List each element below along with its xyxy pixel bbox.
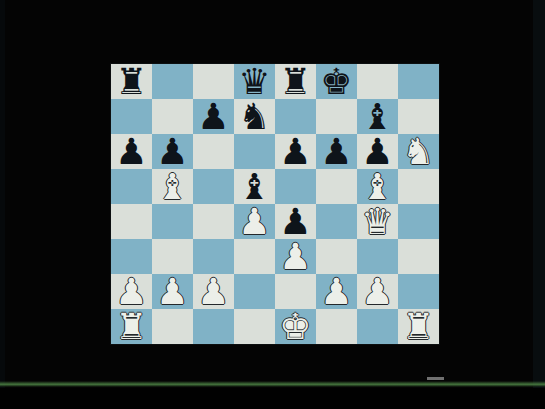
square-h1[interactable]: ♜ xyxy=(398,309,439,344)
square-b4[interactable] xyxy=(152,204,193,239)
green-scanline xyxy=(0,381,545,387)
square-a7[interactable] xyxy=(111,99,152,134)
white-pawn-e3[interactable]: ♟ xyxy=(279,239,311,274)
white-pawn-a2[interactable]: ♟ xyxy=(115,274,147,309)
white-queen-g4[interactable]: ♛ xyxy=(361,204,393,239)
left-edge-tint xyxy=(0,0,5,409)
white-rook-a1[interactable]: ♜ xyxy=(115,309,147,344)
black-pawn-c7[interactable]: ♟ xyxy=(197,99,229,134)
square-f5[interactable] xyxy=(316,169,357,204)
square-b1[interactable] xyxy=(152,309,193,344)
white-rook-h1[interactable]: ♜ xyxy=(402,309,434,344)
square-c6[interactable] xyxy=(193,134,234,169)
square-h8[interactable] xyxy=(398,64,439,99)
square-d5[interactable]: ♝ xyxy=(234,169,275,204)
square-b8[interactable] xyxy=(152,64,193,99)
square-e2[interactable] xyxy=(275,274,316,309)
square-f1[interactable] xyxy=(316,309,357,344)
square-a2[interactable]: ♟ xyxy=(111,274,152,309)
black-rook-e8[interactable]: ♜ xyxy=(279,64,311,99)
white-bishop-b5[interactable]: ♝ xyxy=(156,169,188,204)
square-a6[interactable]: ♟ xyxy=(111,134,152,169)
square-g8[interactable] xyxy=(357,64,398,99)
white-king-e1[interactable]: ♚ xyxy=(279,309,311,344)
white-pawn-b2[interactable]: ♟ xyxy=(156,274,188,309)
white-pawn-c2[interactable]: ♟ xyxy=(197,274,229,309)
black-king-f8[interactable]: ♚ xyxy=(320,64,352,99)
square-d3[interactable] xyxy=(234,239,275,274)
square-c8[interactable] xyxy=(193,64,234,99)
square-d8[interactable]: ♛ xyxy=(234,64,275,99)
square-b6[interactable]: ♟ xyxy=(152,134,193,169)
square-d1[interactable] xyxy=(234,309,275,344)
square-f6[interactable]: ♟ xyxy=(316,134,357,169)
square-b2[interactable]: ♟ xyxy=(152,274,193,309)
square-e1[interactable]: ♚ xyxy=(275,309,316,344)
square-d7[interactable]: ♞ xyxy=(234,99,275,134)
square-f8[interactable]: ♚ xyxy=(316,64,357,99)
white-pawn-f2[interactable]: ♟ xyxy=(320,274,352,309)
square-a8[interactable]: ♜ xyxy=(111,64,152,99)
video-frame: ♜♛♜♚♟♞♝♟♟♟♟♟♞♝♝♝♟♟♛♟♟♟♟♟♟♜♚♜ xyxy=(0,0,545,409)
square-e7[interactable] xyxy=(275,99,316,134)
square-c1[interactable] xyxy=(193,309,234,344)
black-pawn-f6[interactable]: ♟ xyxy=(320,134,352,169)
square-g6[interactable]: ♟ xyxy=(357,134,398,169)
square-d4[interactable]: ♟ xyxy=(234,204,275,239)
square-h5[interactable] xyxy=(398,169,439,204)
square-a5[interactable] xyxy=(111,169,152,204)
video-artifact xyxy=(427,377,444,380)
square-h2[interactable] xyxy=(398,274,439,309)
black-pawn-a6[interactable]: ♟ xyxy=(115,134,147,169)
square-e3[interactable]: ♟ xyxy=(275,239,316,274)
black-pawn-e6[interactable]: ♟ xyxy=(279,134,311,169)
square-c4[interactable] xyxy=(193,204,234,239)
square-c5[interactable] xyxy=(193,169,234,204)
square-e5[interactable] xyxy=(275,169,316,204)
square-a3[interactable] xyxy=(111,239,152,274)
square-g7[interactable]: ♝ xyxy=(357,99,398,134)
white-pawn-g2[interactable]: ♟ xyxy=(361,274,393,309)
square-b3[interactable] xyxy=(152,239,193,274)
black-pawn-b6[interactable]: ♟ xyxy=(156,134,188,169)
square-c3[interactable] xyxy=(193,239,234,274)
square-a4[interactable] xyxy=(111,204,152,239)
square-h3[interactable] xyxy=(398,239,439,274)
black-knight-d7[interactable]: ♞ xyxy=(238,99,270,134)
square-f3[interactable] xyxy=(316,239,357,274)
square-c2[interactable]: ♟ xyxy=(193,274,234,309)
bottom-black-band xyxy=(0,388,545,409)
chess-board: ♜♛♜♚♟♞♝♟♟♟♟♟♞♝♝♝♟♟♛♟♟♟♟♟♟♜♚♜ xyxy=(111,64,439,344)
square-h6[interactable]: ♞ xyxy=(398,134,439,169)
square-g4[interactable]: ♛ xyxy=(357,204,398,239)
square-d6[interactable] xyxy=(234,134,275,169)
square-d2[interactable] xyxy=(234,274,275,309)
square-b5[interactable]: ♝ xyxy=(152,169,193,204)
square-f2[interactable]: ♟ xyxy=(316,274,357,309)
black-bishop-g7[interactable]: ♝ xyxy=(361,99,393,134)
square-e4[interactable]: ♟ xyxy=(275,204,316,239)
square-h4[interactable] xyxy=(398,204,439,239)
white-pawn-d4[interactable]: ♟ xyxy=(238,204,270,239)
square-a1[interactable]: ♜ xyxy=(111,309,152,344)
square-g2[interactable]: ♟ xyxy=(357,274,398,309)
square-g1[interactable] xyxy=(357,309,398,344)
square-g3[interactable] xyxy=(357,239,398,274)
square-e8[interactable]: ♜ xyxy=(275,64,316,99)
white-bishop-g5[interactable]: ♝ xyxy=(361,169,393,204)
square-g5[interactable]: ♝ xyxy=(357,169,398,204)
square-h7[interactable] xyxy=(398,99,439,134)
square-c7[interactable]: ♟ xyxy=(193,99,234,134)
black-bishop-d5[interactable]: ♝ xyxy=(238,169,270,204)
square-f7[interactable] xyxy=(316,99,357,134)
white-knight-h6[interactable]: ♞ xyxy=(402,134,434,169)
right-edge-tint xyxy=(533,0,545,409)
square-b7[interactable] xyxy=(152,99,193,134)
square-e6[interactable]: ♟ xyxy=(275,134,316,169)
black-pawn-g6[interactable]: ♟ xyxy=(361,134,393,169)
black-rook-a8[interactable]: ♜ xyxy=(115,64,147,99)
black-pawn-e4[interactable]: ♟ xyxy=(279,204,311,239)
square-f4[interactable] xyxy=(316,204,357,239)
black-queen-d8[interactable]: ♛ xyxy=(238,64,270,99)
